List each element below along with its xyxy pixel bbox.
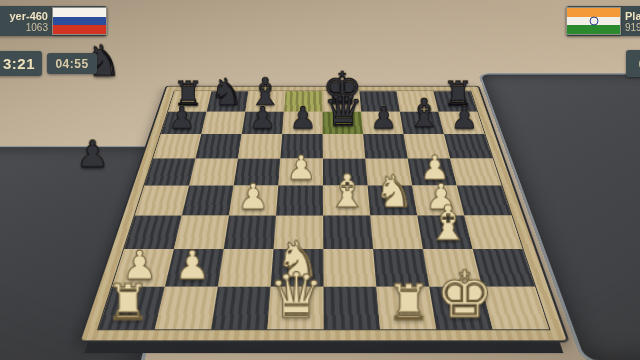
flag-stripe <box>53 17 106 26</box>
board[interactable]: ♜♞♝♚♜♟♟♟♛♟♝♟♟♟♟♝♞♟♝♟♟♞♜♛♜♚ <box>97 91 551 330</box>
player-rating-left: 1063 <box>26 22 48 33</box>
black-pawn-a7[interactable]: ♟ <box>168 102 195 132</box>
white-bishop-g3[interactable]: ♝ <box>426 199 470 248</box>
white-king-g1[interactable]: ♚ <box>435 262 493 327</box>
square-a5[interactable] <box>144 158 195 185</box>
square-f4[interactable]: ♞ <box>368 186 418 216</box>
square-c6[interactable] <box>238 134 282 159</box>
square-f1[interactable]: ♜ <box>376 287 436 330</box>
square-e7[interactable]: ♛ <box>323 112 364 134</box>
player-panel-right: Pla 919 <box>566 6 640 36</box>
square-b1[interactable] <box>155 287 218 330</box>
square-f3[interactable] <box>370 216 423 249</box>
square-f7[interactable]: ♟ <box>361 112 403 134</box>
black-pawn-h7[interactable]: ♟ <box>450 102 477 132</box>
square-f6[interactable] <box>363 134 408 159</box>
black-pawn-f7[interactable]: ♟ <box>370 102 397 132</box>
flag-stripe <box>53 25 106 34</box>
square-e1[interactable] <box>324 287 381 330</box>
flag-stripe <box>567 25 620 34</box>
russia-flag <box>52 7 107 35</box>
white-pawn-d5[interactable]: ♟ <box>286 151 316 185</box>
square-h3[interactable] <box>464 216 522 249</box>
square-e6[interactable] <box>323 134 366 159</box>
square-b7[interactable] <box>201 112 245 134</box>
square-d7[interactable]: ♟ <box>282 112 322 134</box>
square-g7[interactable]: ♝ <box>400 112 444 134</box>
player-info-left: yer-460 1063 <box>0 6 52 36</box>
square-c4[interactable]: ♟ <box>229 186 278 216</box>
white-queen-d1[interactable]: ♛ <box>268 265 324 327</box>
flag-stripe <box>567 8 620 17</box>
square-e4[interactable]: ♝ <box>323 186 370 216</box>
captured-black-pawn: ♟ <box>76 136 109 276</box>
clock-right: 0 <box>626 50 640 77</box>
square-h7[interactable]: ♟ <box>438 112 484 134</box>
black-pawn-c7[interactable]: ♟ <box>248 102 275 132</box>
square-b6[interactable] <box>196 134 242 159</box>
white-knight-f4[interactable]: ♞ <box>373 169 413 214</box>
square-a7[interactable]: ♟ <box>161 112 207 134</box>
square-b5[interactable] <box>189 158 238 185</box>
player-info-right: Pla 919 <box>621 6 640 36</box>
square-d5[interactable]: ♟ <box>278 158 323 185</box>
square-c1[interactable] <box>211 287 271 330</box>
black-queen-e7[interactable]: ♛ <box>323 88 363 133</box>
white-pawn-c4[interactable]: ♟ <box>237 179 269 214</box>
white-rook-a1[interactable]: ♜ <box>105 277 150 327</box>
game-screen: ♟♞♟ ♟♟ ♜♞♝♚♜♟♟♟♛♟♝♟♟♟♟♝♞♟♝♟♟♞♜♛♜♚ yer-46… <box>0 0 640 360</box>
square-d4[interactable] <box>276 186 323 216</box>
square-h6[interactable] <box>444 134 493 159</box>
square-b2[interactable]: ♟ <box>165 249 224 287</box>
square-e3[interactable] <box>323 216 373 249</box>
white-rook-f1[interactable]: ♜ <box>386 277 431 327</box>
square-d1[interactable]: ♛ <box>267 287 323 330</box>
black-bishop-g7[interactable]: ♝ <box>406 93 441 132</box>
square-g1[interactable]: ♚ <box>429 287 492 330</box>
clock-left-secondary: 04:55 <box>47 53 97 74</box>
square-e2[interactable] <box>323 249 376 287</box>
ashoka-chakra-icon <box>589 17 598 26</box>
flag-stripe <box>53 8 106 17</box>
black-knight-b8[interactable]: ♞ <box>210 74 243 111</box>
player-panel-left: yer-460 1063 <box>0 6 107 36</box>
white-bishop-e4[interactable]: ♝ <box>326 168 367 214</box>
white-pawn-b2[interactable]: ♟ <box>174 245 210 285</box>
captured-white-pawn: ♟ <box>516 0 540 134</box>
square-c3[interactable] <box>224 216 276 249</box>
square-g3[interactable]: ♝ <box>417 216 472 249</box>
player-name-right: Pla <box>625 10 640 22</box>
square-h5[interactable] <box>450 158 501 185</box>
square-c2[interactable] <box>218 249 274 287</box>
square-b4[interactable] <box>182 186 234 216</box>
clock-left-active: 3:21 <box>0 51 42 76</box>
player-name-left: yer-460 <box>9 10 48 22</box>
table-3d-scene: ♟♞♟ ♟♟ ♜♞♝♚♜♟♟♟♛♟♝♟♟♟♟♝♞♟♝♟♟♞♜♛♜♚ <box>0 65 640 360</box>
india-flag <box>566 7 621 35</box>
square-c7[interactable]: ♟ <box>242 112 284 134</box>
square-b8[interactable]: ♞ <box>207 91 249 111</box>
black-pawn-d7[interactable]: ♟ <box>289 102 316 132</box>
player-rating-right: 919 <box>625 22 640 33</box>
